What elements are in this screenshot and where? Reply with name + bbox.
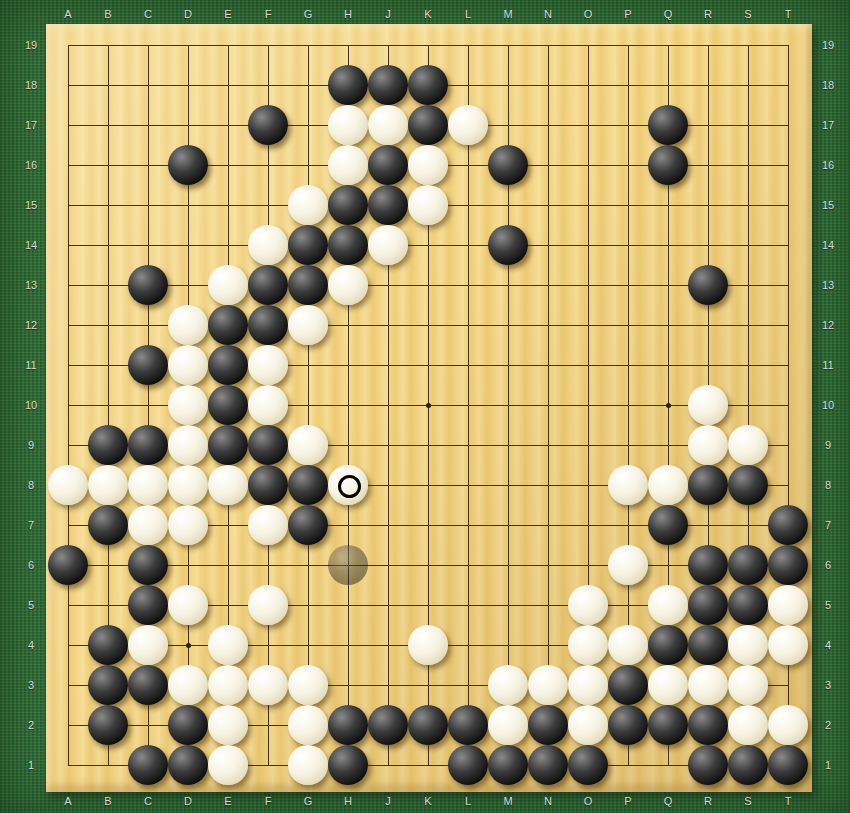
- white-stone: [488, 665, 528, 705]
- go-board-frame: AABBCCDDEEFFGGHHJJKKLLMMNNOOPPQQRRSSTT19…: [0, 0, 850, 813]
- black-stone: [248, 105, 288, 145]
- white-stone: [528, 665, 568, 705]
- column-label-top: M: [503, 9, 512, 20]
- black-stone: [728, 465, 768, 505]
- black-stone: [728, 545, 768, 585]
- white-stone: [248, 345, 288, 385]
- white-stone: [208, 745, 248, 785]
- white-stone: [288, 665, 328, 705]
- black-stone: [88, 425, 128, 465]
- black-stone: [368, 145, 408, 185]
- black-stone: [408, 65, 448, 105]
- black-stone: [688, 545, 728, 585]
- black-stone: [728, 585, 768, 625]
- white-stone: [168, 505, 208, 545]
- black-stone: [328, 705, 368, 745]
- column-label-bottom: Q: [664, 796, 673, 807]
- black-stone: [408, 705, 448, 745]
- column-label-bottom: F: [265, 796, 272, 807]
- row-label-right: 11: [822, 360, 833, 371]
- white-stone: [728, 665, 768, 705]
- row-label-left: 11: [25, 360, 36, 371]
- black-stone: [648, 105, 688, 145]
- white-stone: [568, 625, 608, 665]
- column-label-top: A: [64, 9, 71, 20]
- black-stone: [488, 145, 528, 185]
- white-stone: [168, 385, 208, 425]
- row-label-left: 13: [25, 280, 37, 291]
- column-label-bottom: E: [224, 796, 231, 807]
- white-stone: [768, 585, 808, 625]
- black-stone: [688, 265, 728, 305]
- ghost-stone: [328, 545, 368, 585]
- black-stone: [528, 705, 568, 745]
- black-stone: [328, 225, 368, 265]
- white-stone: [328, 265, 368, 305]
- black-stone: [688, 585, 728, 625]
- white-stone: [288, 185, 328, 225]
- black-stone: [48, 545, 88, 585]
- black-stone: [688, 625, 728, 665]
- row-label-left: 9: [28, 440, 34, 451]
- white-stone: [248, 505, 288, 545]
- black-stone: [288, 225, 328, 265]
- black-stone: [128, 585, 168, 625]
- white-stone: [608, 625, 648, 665]
- black-stone: [288, 465, 328, 505]
- black-stone: [448, 705, 488, 745]
- row-label-right: 15: [822, 200, 834, 211]
- black-stone: [248, 265, 288, 305]
- row-label-right: 19: [822, 40, 834, 51]
- white-stone: [688, 425, 728, 465]
- column-label-bottom: O: [584, 796, 593, 807]
- row-label-left: 3: [28, 680, 34, 691]
- black-stone: [128, 425, 168, 465]
- column-label-top: K: [424, 9, 431, 20]
- star-point: [426, 403, 431, 408]
- row-label-left: 4: [28, 640, 34, 651]
- grid-line-horizontal: [68, 565, 789, 566]
- row-label-left: 7: [28, 520, 34, 531]
- black-stone: [328, 185, 368, 225]
- column-label-top: O: [584, 9, 593, 20]
- column-label-top: B: [104, 9, 111, 20]
- black-stone: [728, 745, 768, 785]
- grid-line-vertical: [468, 45, 469, 766]
- white-stone: [168, 305, 208, 345]
- black-stone: [608, 705, 648, 745]
- row-label-left: 19: [25, 40, 37, 51]
- star-point: [186, 643, 191, 648]
- row-label-right: 10: [822, 400, 834, 411]
- white-stone: [608, 465, 648, 505]
- column-label-bottom: C: [144, 796, 152, 807]
- black-stone: [208, 305, 248, 345]
- white-stone: [248, 665, 288, 705]
- black-stone: [288, 505, 328, 545]
- column-label-bottom: K: [424, 796, 431, 807]
- column-label-top: J: [385, 9, 391, 20]
- row-label-right: 18: [822, 80, 834, 91]
- black-stone: [328, 65, 368, 105]
- white-stone: [728, 425, 768, 465]
- column-label-top: Q: [664, 9, 673, 20]
- white-stone: [368, 105, 408, 145]
- black-stone: [368, 65, 408, 105]
- white-stone: [408, 625, 448, 665]
- row-label-left: 14: [25, 240, 37, 251]
- black-stone: [128, 745, 168, 785]
- black-stone: [528, 745, 568, 785]
- column-label-top: S: [744, 9, 751, 20]
- black-stone: [248, 305, 288, 345]
- row-label-left: 2: [28, 720, 34, 731]
- column-label-bottom: N: [544, 796, 552, 807]
- white-stone: [368, 225, 408, 265]
- column-label-bottom: B: [104, 796, 111, 807]
- row-label-left: 6: [28, 560, 34, 571]
- white-stone: [288, 305, 328, 345]
- black-stone: [248, 465, 288, 505]
- column-label-bottom: S: [744, 796, 751, 807]
- row-label-left: 18: [25, 80, 37, 91]
- row-label-right: 7: [825, 520, 831, 531]
- white-stone: [448, 105, 488, 145]
- column-label-top: G: [304, 9, 313, 20]
- white-stone: [568, 665, 608, 705]
- row-label-left: 1: [28, 760, 34, 771]
- row-label-right: 14: [822, 240, 834, 251]
- black-stone: [88, 705, 128, 745]
- black-stone: [208, 345, 248, 385]
- row-label-right: 1: [825, 760, 831, 771]
- column-label-top: E: [224, 9, 231, 20]
- black-stone: [768, 745, 808, 785]
- row-label-right: 8: [825, 480, 831, 491]
- column-label-bottom: P: [624, 796, 631, 807]
- black-stone: [128, 265, 168, 305]
- star-point: [666, 403, 671, 408]
- column-label-top: C: [144, 9, 152, 20]
- black-stone: [88, 625, 128, 665]
- row-label-left: 16: [25, 160, 37, 171]
- white-stone: [288, 745, 328, 785]
- white-stone: [648, 665, 688, 705]
- white-stone: [728, 705, 768, 745]
- column-label-top: R: [704, 9, 712, 20]
- white-stone: [568, 585, 608, 625]
- row-label-right: 17: [822, 120, 834, 131]
- black-stone: [168, 145, 208, 185]
- black-stone: [648, 625, 688, 665]
- black-stone: [488, 745, 528, 785]
- black-stone: [688, 745, 728, 785]
- white-stone: [208, 665, 248, 705]
- black-stone: [368, 705, 408, 745]
- column-label-top: P: [624, 9, 631, 20]
- white-stone: [608, 545, 648, 585]
- last-move-marker: [338, 475, 361, 498]
- column-label-top: L: [465, 9, 471, 20]
- white-stone: [128, 465, 168, 505]
- black-stone: [648, 705, 688, 745]
- column-label-top: N: [544, 9, 552, 20]
- white-stone: [168, 345, 208, 385]
- white-stone: [168, 425, 208, 465]
- black-stone: [168, 705, 208, 745]
- row-label-right: 5: [825, 600, 831, 611]
- white-stone: [208, 265, 248, 305]
- black-stone: [688, 705, 728, 745]
- black-stone: [368, 185, 408, 225]
- row-label-right: 9: [825, 440, 831, 451]
- black-stone: [608, 665, 648, 705]
- white-stone: [128, 625, 168, 665]
- black-stone: [168, 745, 208, 785]
- white-stone: [208, 465, 248, 505]
- black-stone: [248, 425, 288, 465]
- white-stone: [168, 585, 208, 625]
- row-label-right: 2: [825, 720, 831, 731]
- black-stone: [208, 385, 248, 425]
- row-label-right: 12: [822, 320, 834, 331]
- white-stone: [88, 465, 128, 505]
- row-label-left: 10: [25, 400, 37, 411]
- grid-line-vertical: [548, 45, 549, 766]
- white-stone: [208, 625, 248, 665]
- white-stone: [408, 145, 448, 185]
- black-stone: [88, 505, 128, 545]
- column-label-top: H: [344, 9, 352, 20]
- white-stone: [208, 705, 248, 745]
- white-stone: [568, 705, 608, 745]
- white-stone: [328, 145, 368, 185]
- black-stone: [128, 665, 168, 705]
- white-stone-last-move: [328, 465, 368, 505]
- column-label-top: F: [265, 9, 272, 20]
- row-label-right: 4: [825, 640, 831, 651]
- row-label-right: 6: [825, 560, 831, 571]
- row-label-left: 5: [28, 600, 34, 611]
- column-label-bottom: M: [503, 796, 512, 807]
- white-stone: [248, 225, 288, 265]
- column-label-bottom: H: [344, 796, 352, 807]
- black-stone: [768, 505, 808, 545]
- white-stone: [288, 705, 328, 745]
- column-label-bottom: T: [785, 796, 792, 807]
- row-label-right: 13: [822, 280, 834, 291]
- white-stone: [688, 665, 728, 705]
- white-stone: [168, 465, 208, 505]
- white-stone: [328, 105, 368, 145]
- white-stone: [248, 385, 288, 425]
- black-stone: [88, 665, 128, 705]
- column-label-bottom: J: [385, 796, 391, 807]
- column-label-top: D: [184, 9, 192, 20]
- black-stone: [768, 545, 808, 585]
- black-stone: [288, 265, 328, 305]
- black-stone: [688, 465, 728, 505]
- column-label-bottom: L: [465, 796, 471, 807]
- column-label-bottom: R: [704, 796, 712, 807]
- row-label-left: 15: [25, 200, 37, 211]
- go-board[interactable]: [46, 24, 812, 792]
- white-stone: [728, 625, 768, 665]
- black-stone: [648, 505, 688, 545]
- black-stone: [208, 425, 248, 465]
- white-stone: [688, 385, 728, 425]
- column-label-bottom: G: [304, 796, 313, 807]
- white-stone: [128, 505, 168, 545]
- row-label-right: 3: [825, 680, 831, 691]
- white-stone: [288, 425, 328, 465]
- black-stone: [648, 145, 688, 185]
- white-stone: [648, 465, 688, 505]
- white-stone: [168, 665, 208, 705]
- column-label-bottom: A: [64, 796, 71, 807]
- white-stone: [48, 465, 88, 505]
- white-stone: [768, 705, 808, 745]
- black-stone: [448, 745, 488, 785]
- column-label-bottom: D: [184, 796, 192, 807]
- column-label-top: T: [785, 9, 792, 20]
- black-stone: [328, 745, 368, 785]
- white-stone: [408, 185, 448, 225]
- white-stone: [648, 585, 688, 625]
- row-label-right: 16: [822, 160, 834, 171]
- black-stone: [568, 745, 608, 785]
- black-stone: [408, 105, 448, 145]
- black-stone: [488, 225, 528, 265]
- row-label-left: 17: [25, 120, 37, 131]
- white-stone: [248, 585, 288, 625]
- black-stone: [128, 345, 168, 385]
- black-stone: [128, 545, 168, 585]
- row-label-left: 12: [25, 320, 37, 331]
- white-stone: [488, 705, 528, 745]
- row-label-left: 8: [28, 480, 34, 491]
- white-stone: [768, 625, 808, 665]
